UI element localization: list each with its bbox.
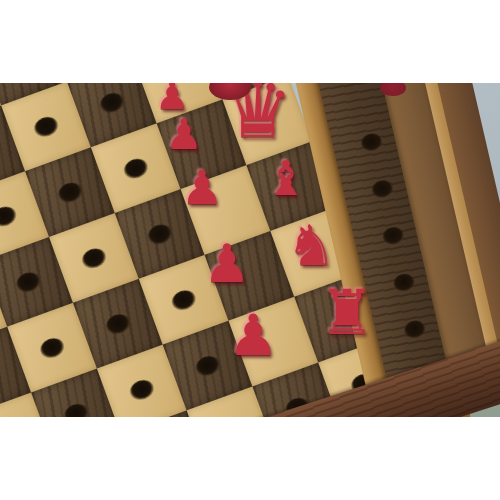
red-pawn: ♟: [181, 164, 223, 211]
red-rook: ♜: [319, 282, 375, 344]
red-knight: ♞: [286, 218, 336, 274]
red-pawn: ♟: [227, 307, 278, 364]
red-pawn: ♟: [203, 237, 251, 290]
red-bishop: ♝: [264, 154, 307, 202]
photo-area: ♛♝♞♜♟♟♟♟♟: [0, 83, 500, 417]
red-pawn: ♟: [165, 114, 203, 156]
piece-layer: ♛♝♞♜♟♟♟♟♟: [0, 83, 500, 417]
partial-red-piece: [380, 83, 406, 96]
photo-frame: Vintage travel chess set with red pieces…: [0, 0, 500, 500]
